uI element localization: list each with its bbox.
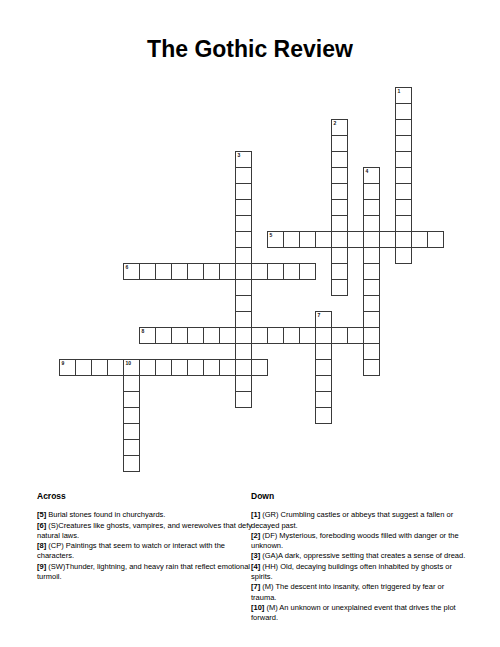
grid-cell[interactable] [395, 119, 412, 136]
grid-cell[interactable] [235, 359, 252, 376]
grid-cell[interactable] [123, 407, 140, 424]
clue-item-number: [2] [251, 531, 260, 540]
grid-cell[interactable] [395, 135, 412, 152]
grid-cell[interactable] [331, 263, 348, 280]
clue-number: 5 [270, 232, 273, 238]
grid-cell[interactable] [75, 359, 92, 376]
clue-item-text: (DF) Mysterious, foreboding woods filled… [251, 531, 459, 550]
grid-cell[interactable] [363, 295, 380, 312]
clue-item-number: [4] [251, 562, 260, 571]
grid-cell[interactable] [299, 263, 316, 280]
grid-cell[interactable]: 2 [331, 119, 348, 136]
clue-item-text: (GR) Crumbling castles or abbeys that su… [251, 510, 453, 529]
grid-cell[interactable] [363, 311, 380, 328]
grid-cell[interactable] [299, 327, 316, 344]
grid-cell[interactable] [155, 359, 172, 376]
grid-cell[interactable] [235, 167, 252, 184]
grid-cell[interactable] [363, 183, 380, 200]
grid-cell[interactable] [251, 327, 268, 344]
grid-cell[interactable] [315, 391, 332, 408]
grid-cell[interactable] [251, 359, 268, 376]
clue-item-text: (GA)A dark, oppressive setting that crea… [260, 551, 465, 560]
grid-cell[interactable] [395, 215, 412, 232]
grid-cell[interactable] [235, 327, 252, 344]
grid-cell[interactable] [187, 359, 204, 376]
clue-item-down-3: [3] (GA)A dark, oppressive setting that … [251, 551, 467, 561]
clue-number: 10 [126, 360, 132, 366]
grid-cell[interactable] [235, 391, 252, 408]
grid-cell[interactable] [235, 343, 252, 360]
clue-item-text: (HH) Old, decaying buildings often inhab… [251, 562, 452, 581]
grid-cell[interactable] [235, 247, 252, 264]
clue-item-down-7: [7] (M) The descent into insanity, often… [251, 582, 467, 603]
grid-cell[interactable] [363, 279, 380, 296]
grid-cell[interactable] [235, 311, 252, 328]
clue-item-number: [7] [251, 582, 260, 591]
clue-item-number: [1] [251, 510, 260, 519]
clue-item-text: (CP) Paintings that seem to watch or int… [37, 541, 225, 560]
clue-number: 9 [62, 360, 65, 366]
grid-cell[interactable]: 1 [395, 87, 412, 104]
grid-cell[interactable] [139, 359, 156, 376]
grid-cell[interactable] [267, 263, 284, 280]
grid-cell[interactable] [315, 343, 332, 360]
grid-cell[interactable] [315, 231, 332, 248]
grid-cell[interactable] [187, 327, 204, 344]
across-header: Across [37, 491, 256, 501]
grid-cell[interactable]: 6 [123, 263, 140, 280]
grid-cell[interactable]: 4 [363, 167, 380, 184]
grid-cell[interactable] [315, 359, 332, 376]
across-clues-section: Across [5] Burial stones found in church… [37, 491, 256, 582]
grid-cell[interactable] [331, 327, 348, 344]
clue-number: 7 [318, 312, 321, 318]
clue-item-text: (M) An unknown or unexplained event that… [251, 603, 456, 622]
grid-cell[interactable] [363, 343, 380, 360]
clue-item-number: [6] [37, 521, 46, 530]
clue-item-across-6: [6] (S)Creatures like ghosts, vampires, … [37, 521, 256, 542]
grid-cell[interactable] [235, 231, 252, 248]
grid-cell[interactable] [331, 231, 348, 248]
grid-cell[interactable] [251, 263, 268, 280]
grid-cell[interactable] [363, 231, 380, 248]
grid-cell[interactable] [267, 327, 284, 344]
grid-cell[interactable] [363, 263, 380, 280]
clue-item-number: [5] [37, 510, 46, 519]
grid-cell[interactable]: 5 [267, 231, 284, 248]
grid-cell[interactable] [235, 263, 252, 280]
grid-cell[interactable] [347, 327, 364, 344]
clue-item-down-4: [4] (HH) Old, decaying buildings often i… [251, 562, 467, 583]
grid-cell[interactable] [235, 215, 252, 232]
grid-cell[interactable] [235, 295, 252, 312]
grid-cell[interactable] [395, 151, 412, 168]
clue-item-across-5: [5] Burial stones found in churchyards. [37, 510, 256, 520]
clue-item-down-1: [1] (GR) Crumbling castles or abbeys tha… [251, 510, 467, 531]
clue-item-text: (SW)Thunder, lightning, and heavy rain t… [37, 562, 250, 581]
clue-item-text: Burial stones found in churchyards. [46, 510, 165, 519]
grid-cell[interactable] [315, 327, 332, 344]
grid-cell[interactable]: 8 [139, 327, 156, 344]
puzzle-title: The Gothic Review [0, 37, 500, 62]
grid-cell[interactable] [379, 231, 396, 248]
grid-cell[interactable] [155, 263, 172, 280]
grid-cell[interactable] [363, 247, 380, 264]
grid-cell[interactable] [203, 327, 220, 344]
grid-cell[interactable] [331, 247, 348, 264]
down-header: Down [251, 491, 467, 501]
grid-cell[interactable] [331, 167, 348, 184]
grid-cell[interactable] [315, 375, 332, 392]
clue-number: 2 [334, 120, 337, 126]
clue-item-number: [9] [37, 562, 46, 571]
clue-item-number: [3] [251, 551, 260, 560]
grid-cell[interactable] [155, 327, 172, 344]
clue-number: 4 [366, 168, 369, 174]
clue-item-across-9: [9] (SW)Thunder, lightning, and heavy ra… [37, 562, 256, 583]
grid-cell[interactable] [331, 135, 348, 152]
grid-cell[interactable] [235, 199, 252, 216]
grid-cell[interactable] [171, 263, 188, 280]
grid-cell[interactable] [203, 359, 220, 376]
grid-cell[interactable] [235, 279, 252, 296]
grid-cell[interactable] [363, 199, 380, 216]
across-clue-list: [5] Burial stones found in churchyards.[… [37, 510, 256, 582]
grid-cell[interactable]: 9 [59, 359, 76, 376]
grid-cell[interactable] [283, 327, 300, 344]
clue-item-number: [10] [251, 603, 264, 612]
clue-number: 3 [238, 152, 241, 158]
grid-cell[interactable] [395, 247, 412, 264]
grid-cell[interactable] [331, 183, 348, 200]
grid-cell[interactable] [219, 359, 236, 376]
clue-number: 6 [126, 264, 129, 270]
grid-cell[interactable] [123, 455, 140, 472]
grid-cell[interactable] [331, 199, 348, 216]
grid-cell[interactable] [331, 151, 348, 168]
grid-cell[interactable] [363, 327, 380, 344]
clue-item-down-2: [2] (DF) Mysterious, foreboding woods fi… [251, 531, 467, 552]
grid-cell[interactable] [123, 375, 140, 392]
grid-cell[interactable] [219, 327, 236, 344]
grid-cell[interactable] [283, 263, 300, 280]
grid-cell[interactable] [171, 359, 188, 376]
down-clues-section: Down [1] (GR) Crumbling castles or abbey… [251, 491, 467, 624]
grid-cell[interactable] [171, 327, 188, 344]
grid-cell[interactable] [235, 375, 252, 392]
grid-cell[interactable] [203, 263, 220, 280]
clue-item-text: (S)Creatures like ghosts, vampires, and … [37, 521, 252, 540]
grid-cell[interactable] [107, 359, 124, 376]
grid-cell[interactable] [235, 183, 252, 200]
grid-cell[interactable] [395, 183, 412, 200]
grid-cell[interactable] [395, 231, 412, 248]
clue-item-number: [8] [37, 541, 46, 550]
grid-cell[interactable] [395, 103, 412, 120]
grid-cell[interactable] [395, 167, 412, 184]
grid-cell[interactable] [315, 407, 332, 424]
clue-item-across-8: [8] (CP) Paintings that seem to watch or… [37, 541, 256, 562]
grid-cell[interactable] [91, 359, 108, 376]
crossword-grid: 12345678910 [59, 87, 445, 473]
grid-cell[interactable] [411, 231, 428, 248]
clue-number: 1 [398, 88, 401, 94]
grid-cell[interactable] [219, 263, 236, 280]
grid-cell[interactable] [123, 423, 140, 440]
clue-item-down-10: [10] (M) An unknown or unexplained event… [251, 603, 467, 624]
grid-cell[interactable]: 10 [123, 359, 140, 376]
clue-item-text: (M) The descent into insanity, often tri… [251, 582, 444, 601]
grid-cell[interactable] [347, 231, 364, 248]
grid-cell[interactable] [299, 231, 316, 248]
grid-cell[interactable] [427, 231, 444, 248]
crossword-page: The Gothic Review 12345678910 Across [5]… [0, 0, 500, 647]
grid-cell[interactable] [331, 279, 348, 296]
grid-cell[interactable]: 7 [315, 311, 332, 328]
down-clue-list: [1] (GR) Crumbling castles or abbeys tha… [251, 510, 467, 623]
grid-cell[interactable] [123, 439, 140, 456]
grid-cell[interactable] [139, 263, 156, 280]
grid-cell[interactable] [331, 215, 348, 232]
clue-number: 8 [142, 328, 145, 334]
grid-cell[interactable] [363, 215, 380, 232]
grid-cell[interactable] [363, 359, 380, 376]
grid-cell[interactable] [283, 231, 300, 248]
grid-cell[interactable]: 3 [235, 151, 252, 168]
grid-cell[interactable] [187, 263, 204, 280]
grid-cell[interactable] [395, 199, 412, 216]
grid-cell[interactable] [123, 391, 140, 408]
